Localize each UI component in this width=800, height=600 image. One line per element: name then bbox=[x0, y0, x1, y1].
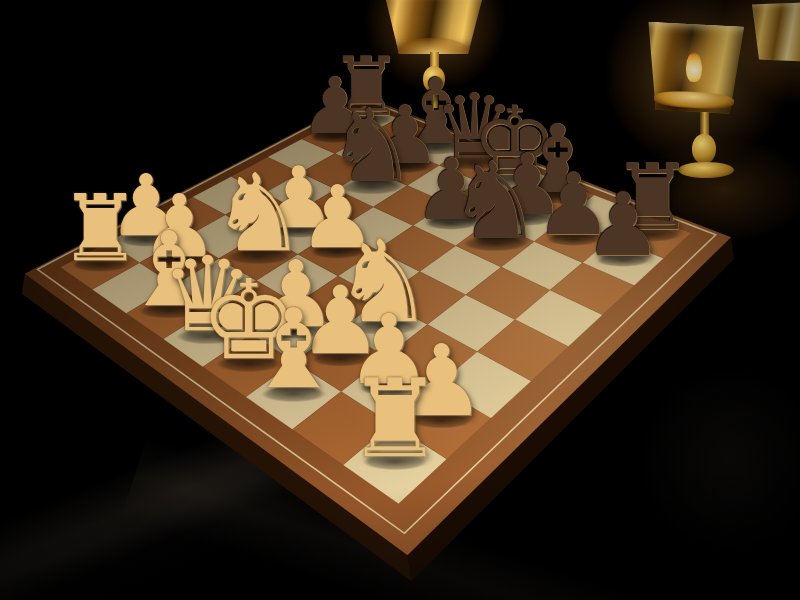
candle-glass-icon bbox=[752, 2, 800, 62]
candle-flame-icon bbox=[686, 52, 702, 82]
candle-knob-icon bbox=[692, 134, 716, 164]
candle-holder-corner bbox=[752, 2, 800, 68]
candle-rod-icon bbox=[431, 90, 438, 108]
photo-scene: ♜♟♟♝♞♟♛♟♚♟♝♟♞♟♜♟♟♜♞♟♝♛♟♚♞♟♝♟♟♜ bbox=[0, 0, 800, 600]
candle-base-icon bbox=[678, 162, 734, 178]
candle-holder-left bbox=[384, 0, 488, 122]
candle-holder-right bbox=[644, 24, 754, 189]
candle-glass-icon bbox=[384, 0, 484, 54]
candle-knob-icon bbox=[423, 66, 445, 92]
